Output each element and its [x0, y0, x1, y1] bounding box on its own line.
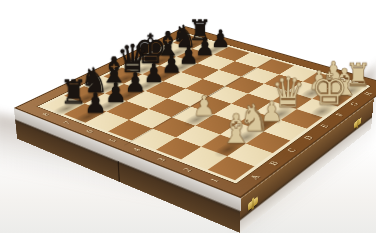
piece-black-pawn[interactable]: ♟ [105, 79, 127, 106]
brass-latch-icon[interactable] [248, 196, 258, 211]
piece-white-king[interactable]: ♚ [311, 67, 348, 112]
piece-black-pawn[interactable]: ♟ [84, 89, 107, 117]
folding-chess-box: ♜♞♝♛♚♝♞♜♟♟♟♟♟♟♟♟♟♝♞♟♛♟♟♚♝♜ ABCDEFGH 8765… [14, 26, 376, 198]
piece-black-pawn[interactable]: ♟ [143, 60, 164, 86]
product-photo-stage: ♜♞♝♛♚♝♞♜♟♟♟♟♟♟♟♟♟♝♞♟♛♟♟♚♝♜ ABCDEFGH 8765… [0, 0, 376, 233]
piece-white-pawn[interactable]: ♟ [193, 92, 216, 120]
brass-latch-icon[interactable] [354, 117, 362, 129]
board-top: ♜♞♝♛♚♝♞♜♟♟♟♟♟♟♟♟♟♝♞♟♛♟♟♚♝♜ ABCDEFGH 8765… [14, 26, 376, 198]
piece-white-bishop[interactable]: ♝ [219, 109, 253, 150]
fold-seam-side [118, 160, 121, 182]
piece-black-pawn[interactable]: ♟ [124, 69, 146, 95]
